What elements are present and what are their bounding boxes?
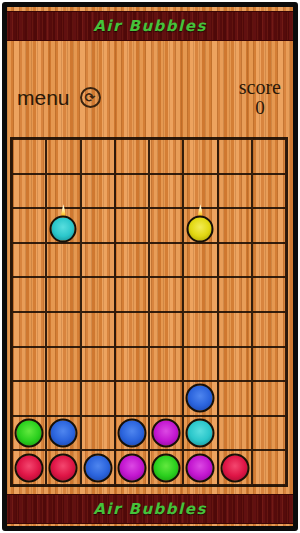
bubble-cyan[interactable] bbox=[50, 216, 77, 243]
top-title-bar: Air Bubbles bbox=[7, 11, 293, 41]
board-cell[interactable] bbox=[149, 347, 183, 382]
game-board bbox=[10, 137, 288, 487]
board-cell[interactable] bbox=[218, 416, 252, 451]
board-cell[interactable] bbox=[46, 416, 80, 451]
board-cell[interactable] bbox=[252, 347, 286, 382]
board-cell[interactable] bbox=[81, 139, 115, 174]
board-cell[interactable] bbox=[252, 450, 286, 485]
score-value: 0 bbox=[255, 98, 265, 119]
board-cell[interactable] bbox=[115, 277, 149, 312]
bottom-title-bar: Air Bubbles bbox=[7, 494, 293, 524]
bubble-yellow[interactable] bbox=[187, 216, 214, 243]
menu-button[interactable]: menu ⟳ bbox=[17, 87, 101, 108]
menu-label[interactable]: menu bbox=[17, 87, 70, 108]
score-display: score 0 bbox=[239, 76, 281, 119]
board-cell[interactable] bbox=[115, 347, 149, 382]
board-cell[interactable] bbox=[252, 312, 286, 347]
board-cell[interactable] bbox=[81, 347, 115, 382]
board-cell[interactable] bbox=[115, 416, 149, 451]
board-cell[interactable] bbox=[218, 312, 252, 347]
board-cell[interactable] bbox=[46, 139, 80, 174]
board-cell[interactable] bbox=[149, 243, 183, 278]
game-screen: Air Bubbles menu ⟳ score 0 Air Bubbles bbox=[2, 2, 298, 531]
board-cell[interactable] bbox=[46, 312, 80, 347]
board-cell[interactable] bbox=[218, 277, 252, 312]
game-title-bottom: Air Bubbles bbox=[93, 502, 207, 517]
bubble-magenta[interactable] bbox=[186, 453, 215, 482]
board-cell[interactable] bbox=[252, 243, 286, 278]
board-cell[interactable] bbox=[183, 208, 217, 243]
board-cell[interactable] bbox=[81, 208, 115, 243]
board-cell[interactable] bbox=[149, 174, 183, 209]
board-cell[interactable] bbox=[81, 174, 115, 209]
bubble-blue[interactable] bbox=[186, 384, 215, 413]
restart-icon-glyph: ⟳ bbox=[85, 90, 96, 103]
board-cell[interactable] bbox=[115, 312, 149, 347]
board-cell[interactable] bbox=[183, 381, 217, 416]
board-cell[interactable] bbox=[115, 208, 149, 243]
bubble-red[interactable] bbox=[220, 453, 249, 482]
restart-icon[interactable]: ⟳ bbox=[80, 87, 101, 108]
board-cell[interactable] bbox=[183, 416, 217, 451]
board-cell[interactable] bbox=[183, 174, 217, 209]
board-cell[interactable] bbox=[46, 277, 80, 312]
board-cell[interactable] bbox=[218, 174, 252, 209]
bubble-red[interactable] bbox=[49, 453, 78, 482]
board-cell[interactable] bbox=[183, 277, 217, 312]
board-cell[interactable] bbox=[46, 174, 80, 209]
board-cell[interactable] bbox=[218, 139, 252, 174]
board-cell[interactable] bbox=[46, 208, 80, 243]
board-cell[interactable] bbox=[149, 450, 183, 485]
board-cell[interactable] bbox=[12, 208, 46, 243]
board-cell[interactable] bbox=[12, 243, 46, 278]
board-cell[interactable] bbox=[149, 208, 183, 243]
bubble-red[interactable] bbox=[15, 453, 44, 482]
board-cell[interactable] bbox=[12, 139, 46, 174]
board-cell[interactable] bbox=[81, 277, 115, 312]
board-cell[interactable] bbox=[149, 312, 183, 347]
board-cell[interactable] bbox=[115, 243, 149, 278]
board-cell[interactable] bbox=[149, 139, 183, 174]
board-cell[interactable] bbox=[115, 450, 149, 485]
bubble-cyan[interactable] bbox=[186, 419, 215, 448]
board-cell[interactable] bbox=[218, 347, 252, 382]
board-cell[interactable] bbox=[149, 381, 183, 416]
board-cell[interactable] bbox=[81, 450, 115, 485]
board-cell[interactable] bbox=[115, 174, 149, 209]
board-cell[interactable] bbox=[218, 381, 252, 416]
board-cell[interactable] bbox=[218, 243, 252, 278]
board-cell[interactable] bbox=[12, 347, 46, 382]
board-cell[interactable] bbox=[46, 243, 80, 278]
board-cell[interactable] bbox=[183, 139, 217, 174]
board-cell[interactable] bbox=[46, 450, 80, 485]
board-cell[interactable] bbox=[183, 243, 217, 278]
board-cell[interactable] bbox=[115, 381, 149, 416]
board-cell[interactable] bbox=[252, 277, 286, 312]
board-cell[interactable] bbox=[81, 312, 115, 347]
score-label: score bbox=[239, 76, 281, 98]
board-cell[interactable] bbox=[252, 139, 286, 174]
board-cell[interactable] bbox=[46, 347, 80, 382]
board-cell[interactable] bbox=[12, 381, 46, 416]
board-cell[interactable] bbox=[12, 312, 46, 347]
game-title: Air Bubbles bbox=[93, 19, 207, 34]
bubble-blue[interactable] bbox=[117, 419, 146, 448]
bubble-blue[interactable] bbox=[49, 419, 78, 448]
board-cell[interactable] bbox=[12, 277, 46, 312]
board-cell[interactable] bbox=[218, 450, 252, 485]
board-cell[interactable] bbox=[115, 139, 149, 174]
bubble-green[interactable] bbox=[15, 419, 44, 448]
hud: menu ⟳ score 0 bbox=[7, 57, 293, 137]
board-cell[interactable] bbox=[12, 416, 46, 451]
board-cell[interactable] bbox=[252, 416, 286, 451]
board-cell[interactable] bbox=[252, 174, 286, 209]
board-cell[interactable] bbox=[81, 243, 115, 278]
bubble-green[interactable] bbox=[152, 453, 181, 482]
board-cell[interactable] bbox=[218, 208, 252, 243]
bubble-magenta[interactable] bbox=[117, 453, 146, 482]
board-cell[interactable] bbox=[81, 381, 115, 416]
app-window: Air Bubbles menu ⟳ score 0 Air Bubbles bbox=[0, 0, 300, 533]
board-cell[interactable] bbox=[12, 450, 46, 485]
board-cell[interactable] bbox=[183, 312, 217, 347]
board-cell[interactable] bbox=[81, 416, 115, 451]
board-cell[interactable] bbox=[149, 277, 183, 312]
bubble-magenta[interactable] bbox=[152, 419, 181, 448]
board-cell[interactable] bbox=[149, 416, 183, 451]
board-cell[interactable] bbox=[252, 381, 286, 416]
board-cell[interactable] bbox=[252, 208, 286, 243]
board-cell[interactable] bbox=[183, 450, 217, 485]
bubble-blue[interactable] bbox=[83, 453, 112, 482]
board-cell[interactable] bbox=[183, 347, 217, 382]
board-cell[interactable] bbox=[46, 381, 80, 416]
board-cell[interactable] bbox=[12, 174, 46, 209]
